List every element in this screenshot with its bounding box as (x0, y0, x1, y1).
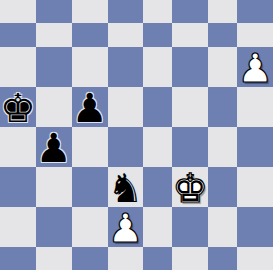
piece-white-pawn: ♟ (108, 208, 144, 248)
square-h8[interactable] (237, 0, 273, 23)
square-b3[interactable] (36, 167, 72, 207)
square-b5[interactable] (36, 87, 72, 127)
square-e8[interactable] (143, 0, 172, 23)
square-e5[interactable] (143, 87, 172, 127)
square-h7[interactable] (237, 23, 273, 46)
square-b6[interactable] (36, 47, 72, 87)
square-a1[interactable] (0, 247, 36, 270)
square-a4[interactable] (0, 127, 36, 167)
square-d6[interactable] (108, 47, 144, 87)
square-b8[interactable] (36, 0, 72, 23)
square-g4[interactable] (208, 127, 237, 167)
square-b1[interactable] (36, 247, 72, 270)
square-f3[interactable]: ♚ (172, 167, 208, 207)
square-h2[interactable] (237, 207, 273, 247)
square-c3[interactable] (72, 167, 108, 207)
square-c7[interactable] (72, 23, 108, 46)
square-g1[interactable] (208, 247, 237, 270)
square-a7[interactable] (0, 23, 36, 46)
square-e4[interactable] (143, 127, 172, 167)
piece-black-knight: ♞ (108, 168, 144, 208)
piece-white-king: ♚ (172, 168, 208, 208)
square-f8[interactable] (172, 0, 208, 23)
square-c6[interactable] (72, 47, 108, 87)
square-a8[interactable] (0, 0, 36, 23)
square-e7[interactable] (143, 23, 172, 46)
square-g5[interactable] (208, 87, 237, 127)
square-d4[interactable] (108, 127, 144, 167)
square-a3[interactable] (0, 167, 36, 207)
square-b2[interactable] (36, 207, 72, 247)
square-f4[interactable] (172, 127, 208, 167)
square-c1[interactable] (72, 247, 108, 270)
piece-black-pawn: ♟ (36, 128, 72, 168)
square-d7[interactable] (108, 23, 144, 46)
square-c5[interactable]: ♟ (72, 87, 108, 127)
chess-board: ♟♚♟♟♞♚♟ (0, 0, 273, 270)
square-g8[interactable] (208, 0, 237, 23)
square-c4[interactable] (72, 127, 108, 167)
square-f6[interactable] (172, 47, 208, 87)
square-e3[interactable] (143, 167, 172, 207)
square-g7[interactable] (208, 23, 237, 46)
chess-diagram: ♟♚♟♟♞♚♟ (0, 0, 273, 274)
square-h6[interactable]: ♟ (237, 47, 273, 87)
square-d5[interactable] (108, 87, 144, 127)
square-e1[interactable] (143, 247, 172, 270)
square-b7[interactable] (36, 23, 72, 46)
square-a6[interactable] (0, 47, 36, 87)
square-h1[interactable] (237, 247, 273, 270)
square-a2[interactable] (0, 207, 36, 247)
square-c2[interactable] (72, 207, 108, 247)
square-d8[interactable] (108, 0, 144, 23)
square-e2[interactable] (143, 207, 172, 247)
square-f7[interactable] (172, 23, 208, 46)
piece-white-pawn: ♟ (237, 48, 273, 88)
square-g6[interactable] (208, 47, 237, 87)
square-d3[interactable]: ♞ (108, 167, 144, 207)
square-g2[interactable] (208, 207, 237, 247)
square-h3[interactable] (237, 167, 273, 207)
square-f1[interactable] (172, 247, 208, 270)
square-f5[interactable] (172, 87, 208, 127)
board-bottom-margin (0, 270, 273, 274)
square-e6[interactable] (143, 47, 172, 87)
square-h4[interactable] (237, 127, 273, 167)
square-d2[interactable]: ♟ (108, 207, 144, 247)
piece-black-pawn: ♟ (72, 88, 108, 128)
square-f2[interactable] (172, 207, 208, 247)
square-c8[interactable] (72, 0, 108, 23)
square-a5[interactable]: ♚ (0, 87, 36, 127)
square-g3[interactable] (208, 167, 237, 207)
square-b4[interactable]: ♟ (36, 127, 72, 167)
square-h5[interactable] (237, 87, 273, 127)
piece-black-king: ♚ (0, 88, 36, 128)
